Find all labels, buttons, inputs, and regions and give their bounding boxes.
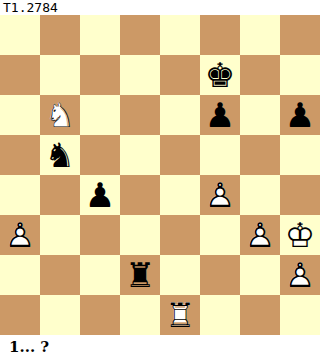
square-f3[interactable] bbox=[200, 215, 240, 255]
square-f1[interactable] bbox=[200, 295, 240, 335]
black-king[interactable]: ♚ bbox=[200, 55, 240, 95]
square-a4[interactable] bbox=[0, 175, 40, 215]
square-h8[interactable] bbox=[280, 15, 320, 55]
square-h4[interactable] bbox=[280, 175, 320, 215]
square-c4[interactable]: ♟ bbox=[80, 175, 120, 215]
square-h1[interactable] bbox=[280, 295, 320, 335]
square-b1[interactable] bbox=[40, 295, 80, 335]
piece-glyph: ♜ bbox=[120, 255, 160, 295]
square-d3[interactable] bbox=[120, 215, 160, 255]
piece-glyph: ♚ bbox=[200, 55, 240, 95]
move-prompt-label: 1... ? bbox=[9, 338, 49, 356]
square-b5[interactable]: ♞ bbox=[40, 135, 80, 175]
square-e7[interactable] bbox=[160, 55, 200, 95]
square-b4[interactable] bbox=[40, 175, 80, 215]
square-h2[interactable]: ♟♙ bbox=[280, 255, 320, 295]
white-king[interactable]: ♚♔ bbox=[280, 215, 320, 255]
chess-puzzle-diagram: T1.2784 ♚♞♘♟♟♞♟♟♙♟♙♟♙♚♔♜♟♙♜♖ 1... ? bbox=[0, 0, 320, 360]
square-a5[interactable] bbox=[0, 135, 40, 175]
square-b2[interactable] bbox=[40, 255, 80, 295]
square-c2[interactable] bbox=[80, 255, 120, 295]
square-b3[interactable] bbox=[40, 215, 80, 255]
white-pawn[interactable]: ♟♙ bbox=[240, 215, 280, 255]
square-a7[interactable] bbox=[0, 55, 40, 95]
square-a8[interactable] bbox=[0, 15, 40, 55]
square-e2[interactable] bbox=[160, 255, 200, 295]
white-pawn[interactable]: ♟♙ bbox=[200, 175, 240, 215]
square-g3[interactable]: ♟♙ bbox=[240, 215, 280, 255]
square-e6[interactable] bbox=[160, 95, 200, 135]
square-c8[interactable] bbox=[80, 15, 120, 55]
square-d7[interactable] bbox=[120, 55, 160, 95]
square-g2[interactable] bbox=[240, 255, 280, 295]
square-g5[interactable] bbox=[240, 135, 280, 175]
square-g1[interactable] bbox=[240, 295, 280, 335]
square-d6[interactable] bbox=[120, 95, 160, 135]
square-c1[interactable] bbox=[80, 295, 120, 335]
piece-glyph: ♟ bbox=[200, 95, 240, 135]
square-e8[interactable] bbox=[160, 15, 200, 55]
square-c5[interactable] bbox=[80, 135, 120, 175]
square-a1[interactable] bbox=[0, 295, 40, 335]
piece-glyph: ♙ bbox=[240, 215, 280, 255]
white-knight[interactable]: ♞♘ bbox=[40, 95, 80, 135]
piece-glyph: ♙ bbox=[0, 215, 40, 255]
white-pawn[interactable]: ♟♙ bbox=[280, 255, 320, 295]
square-b8[interactable] bbox=[40, 15, 80, 55]
puzzle-id-label: T1.2784 bbox=[3, 1, 58, 15]
square-a2[interactable] bbox=[0, 255, 40, 295]
square-g4[interactable] bbox=[240, 175, 280, 215]
black-rook[interactable]: ♜ bbox=[120, 255, 160, 295]
square-f2[interactable] bbox=[200, 255, 240, 295]
square-d5[interactable] bbox=[120, 135, 160, 175]
square-h5[interactable] bbox=[280, 135, 320, 175]
piece-glyph: ♟ bbox=[280, 95, 320, 135]
square-a6[interactable] bbox=[0, 95, 40, 135]
chess-board: ♚♞♘♟♟♞♟♟♙♟♙♟♙♚♔♜♟♙♜♖ bbox=[0, 15, 320, 335]
square-b7[interactable] bbox=[40, 55, 80, 95]
square-f7[interactable]: ♚ bbox=[200, 55, 240, 95]
square-h7[interactable] bbox=[280, 55, 320, 95]
piece-glyph: ♖ bbox=[160, 295, 200, 335]
square-f8[interactable] bbox=[200, 15, 240, 55]
square-e4[interactable] bbox=[160, 175, 200, 215]
square-f4[interactable]: ♟♙ bbox=[200, 175, 240, 215]
square-h6[interactable]: ♟ bbox=[280, 95, 320, 135]
square-g7[interactable] bbox=[240, 55, 280, 95]
square-g6[interactable] bbox=[240, 95, 280, 135]
white-rook[interactable]: ♜♖ bbox=[160, 295, 200, 335]
square-d4[interactable] bbox=[120, 175, 160, 215]
square-d1[interactable] bbox=[120, 295, 160, 335]
square-d2[interactable]: ♜ bbox=[120, 255, 160, 295]
black-pawn[interactable]: ♟ bbox=[80, 175, 120, 215]
white-pawn[interactable]: ♟♙ bbox=[0, 215, 40, 255]
square-c3[interactable] bbox=[80, 215, 120, 255]
square-e1[interactable]: ♜♖ bbox=[160, 295, 200, 335]
square-c6[interactable] bbox=[80, 95, 120, 135]
piece-glyph: ♙ bbox=[200, 175, 240, 215]
square-f6[interactable]: ♟ bbox=[200, 95, 240, 135]
piece-glyph: ♘ bbox=[40, 95, 80, 135]
square-h3[interactable]: ♚♔ bbox=[280, 215, 320, 255]
square-a3[interactable]: ♟♙ bbox=[0, 215, 40, 255]
black-knight[interactable]: ♞ bbox=[40, 135, 80, 175]
square-f5[interactable] bbox=[200, 135, 240, 175]
piece-glyph: ♙ bbox=[280, 255, 320, 295]
square-b6[interactable]: ♞♘ bbox=[40, 95, 80, 135]
square-e5[interactable] bbox=[160, 135, 200, 175]
black-pawn[interactable]: ♟ bbox=[200, 95, 240, 135]
square-c7[interactable] bbox=[80, 55, 120, 95]
black-pawn[interactable]: ♟ bbox=[280, 95, 320, 135]
piece-glyph: ♞ bbox=[40, 135, 80, 175]
square-g8[interactable] bbox=[240, 15, 280, 55]
piece-glyph: ♟ bbox=[80, 175, 120, 215]
square-d8[interactable] bbox=[120, 15, 160, 55]
piece-glyph: ♔ bbox=[280, 215, 320, 255]
square-e3[interactable] bbox=[160, 215, 200, 255]
